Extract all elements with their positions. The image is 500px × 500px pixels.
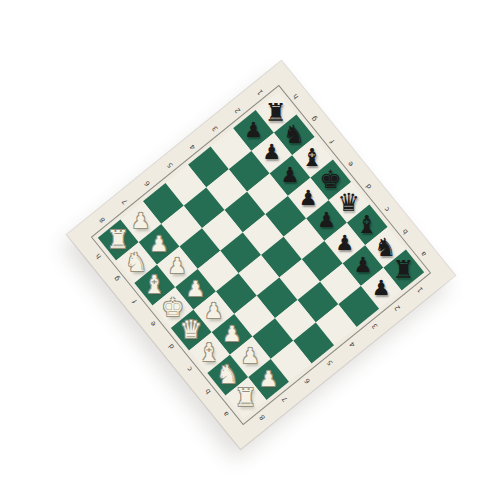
white-pawn: ♟: [186, 279, 205, 300]
black-pawn: ♟: [262, 143, 281, 164]
black-rook: ♜: [393, 257, 415, 282]
black-pawn: ♟: [281, 165, 300, 186]
product-photo-stage: hgfedcba hgfedcba 12345678 12345678 ♜♞♝♚…: [0, 0, 500, 500]
white-pawn: ♟: [204, 301, 223, 322]
black-pawn: ♟: [244, 120, 263, 141]
white-pawn: ♟: [223, 324, 242, 345]
black-pawn: ♟: [299, 188, 318, 209]
chess-board: hgfedcba hgfedcba 12345678 12345678 ♜♞♝♚…: [67, 61, 455, 449]
black-pawn: ♟: [317, 210, 336, 231]
white-rook: ♜: [235, 385, 257, 410]
black-pawn: ♟: [335, 233, 354, 254]
board-grid: ♜♞♝♚♛♝♞♜♟♟♟♟♟♟♟♟♟♟♟♟♟♟♟♟♜♞♝♚♛♝♞♜: [98, 92, 424, 418]
white-pawn: ♟: [259, 369, 278, 390]
white-pawn: ♟: [150, 234, 169, 255]
white-pawn: ♟: [168, 256, 187, 277]
white-pawn: ♟: [131, 211, 150, 232]
black-pawn: ♟: [372, 278, 391, 299]
white-pawn: ♟: [241, 346, 260, 367]
black-pawn: ♟: [354, 255, 373, 276]
